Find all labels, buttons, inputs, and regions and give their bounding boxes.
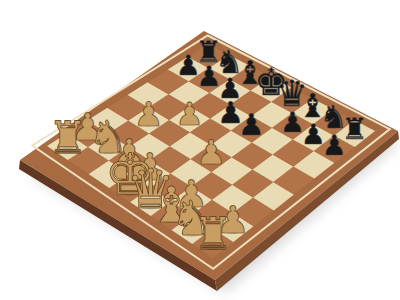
piece-white-pawn-g4[interactable]: ♟ [134,95,164,134]
piece-white-rook-h1[interactable]: ♜ [47,112,87,164]
piece-black-pawn-a7[interactable]: ♟ [322,129,347,162]
piece-white-pawn-d4[interactable]: ♟ [196,133,226,172]
piece-white-pawn-f5[interactable]: ♟ [175,96,203,132]
board-photo: ♜♞♟♝♟♚♟♛♝♟♟♟♞♟♟♜♟♟♜♞♟♟♟♟♚♟♛♝♟♞♜ [0,0,400,300]
chess-board: ♜♞♟♝♟♚♟♛♝♟♟♟♞♟♟♜♟♟♜♞♟♟♟♟♚♟♛♝♟♞♜ [0,0,400,300]
piece-white-rook-a1[interactable]: ♜ [193,208,233,260]
piece-black-pawn-d6[interactable]: ♟ [238,107,265,142]
